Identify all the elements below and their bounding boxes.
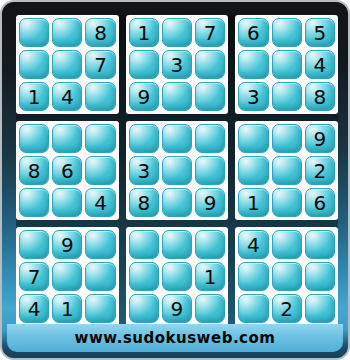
- cell-r2c3[interactable]: 7: [85, 50, 115, 79]
- cell-r4c9[interactable]: 9: [305, 124, 335, 153]
- cell-r2c8[interactable]: [272, 50, 302, 79]
- cell-r1c2[interactable]: [52, 18, 82, 47]
- sudoku-box-2-2: 42: [235, 227, 338, 326]
- cell-r9c2[interactable]: 1: [52, 294, 82, 323]
- cell-r9c3[interactable]: [85, 294, 115, 323]
- cell-r7c4[interactable]: [129, 230, 159, 259]
- cell-r8c6[interactable]: 1: [195, 262, 225, 291]
- cell-r4c8[interactable]: [272, 124, 302, 153]
- sudoku-box-1-1: 389: [126, 121, 229, 220]
- cell-r8c1[interactable]: 7: [19, 262, 49, 291]
- cell-r6c9[interactable]: 6: [305, 188, 335, 217]
- sudoku-box-0-1: 1739: [126, 15, 229, 114]
- cell-r9c1[interactable]: 4: [19, 294, 49, 323]
- cell-r9c8[interactable]: 2: [272, 294, 302, 323]
- cell-r8c4[interactable]: [129, 262, 159, 291]
- cell-r6c2[interactable]: [52, 188, 82, 217]
- cell-r5c7[interactable]: [238, 156, 268, 185]
- cell-r2c6[interactable]: [195, 50, 225, 79]
- cell-r1c1[interactable]: [19, 18, 49, 47]
- cell-r5c5[interactable]: [162, 156, 192, 185]
- cell-r2c9[interactable]: 4: [305, 50, 335, 79]
- cell-r7c1[interactable]: [19, 230, 49, 259]
- cell-r4c1[interactable]: [19, 124, 49, 153]
- sudoku-box-0-0: 8714: [16, 15, 119, 114]
- cell-r3c5[interactable]: [162, 82, 192, 111]
- cell-r8c9[interactable]: [305, 262, 335, 291]
- cell-r5c8[interactable]: [272, 156, 302, 185]
- cell-r6c8[interactable]: [272, 188, 302, 217]
- cell-r2c5[interactable]: 3: [162, 50, 192, 79]
- cell-r3c4[interactable]: 9: [129, 82, 159, 111]
- cell-r1c8[interactable]: [272, 18, 302, 47]
- cell-r4c7[interactable]: [238, 124, 268, 153]
- cell-r4c4[interactable]: [129, 124, 159, 153]
- cell-r3c8[interactable]: [272, 82, 302, 111]
- cell-r6c1[interactable]: [19, 188, 49, 217]
- cell-r5c9[interactable]: 2: [305, 156, 335, 185]
- cell-r3c6[interactable]: [195, 82, 225, 111]
- cell-r3c3[interactable]: [85, 82, 115, 111]
- cell-r7c3[interactable]: [85, 230, 115, 259]
- cell-r8c8[interactable]: [272, 262, 302, 291]
- footer: www.sudokusweb.com: [7, 324, 343, 352]
- cell-r3c9[interactable]: 8: [305, 82, 335, 111]
- cell-r7c5[interactable]: [162, 230, 192, 259]
- cell-r2c4[interactable]: [129, 50, 159, 79]
- cell-r9c6[interactable]: [195, 294, 225, 323]
- cell-r4c5[interactable]: [162, 124, 192, 153]
- sudoku-box-2-1: 19: [126, 227, 229, 326]
- cell-r1c9[interactable]: 5: [305, 18, 335, 47]
- cell-r8c3[interactable]: [85, 262, 115, 291]
- cell-r8c7[interactable]: [238, 262, 268, 291]
- cell-r9c4[interactable]: [129, 294, 159, 323]
- cell-r7c8[interactable]: [272, 230, 302, 259]
- cell-r6c4[interactable]: 8: [129, 188, 159, 217]
- site-url-link[interactable]: www.sudokusweb.com: [75, 329, 276, 347]
- cell-r3c1[interactable]: 1: [19, 82, 49, 111]
- cell-r3c2[interactable]: 4: [52, 82, 82, 111]
- sudoku-box-1-0: 864: [16, 121, 119, 220]
- cell-r2c1[interactable]: [19, 50, 49, 79]
- cell-r7c7[interactable]: 4: [238, 230, 268, 259]
- cell-r4c2[interactable]: [52, 124, 82, 153]
- cell-r1c6[interactable]: 7: [195, 18, 225, 47]
- cell-r3c7[interactable]: 3: [238, 82, 268, 111]
- cell-r4c3[interactable]: [85, 124, 115, 153]
- cell-r9c7[interactable]: [238, 294, 268, 323]
- cell-r2c7[interactable]: [238, 50, 268, 79]
- cell-r1c4[interactable]: 1: [129, 18, 159, 47]
- cell-r4c6[interactable]: [195, 124, 225, 153]
- cell-r5c1[interactable]: 8: [19, 156, 49, 185]
- cell-r6c3[interactable]: 4: [85, 188, 115, 217]
- cell-r8c5[interactable]: [162, 262, 192, 291]
- cell-r1c7[interactable]: 6: [238, 18, 268, 47]
- cell-r6c6[interactable]: 9: [195, 188, 225, 217]
- sudoku-box-2-0: 9741: [16, 227, 119, 326]
- sudoku-box-0-2: 65438: [235, 15, 338, 114]
- cell-r9c9[interactable]: [305, 294, 335, 323]
- cell-r8c2[interactable]: [52, 262, 82, 291]
- cell-r5c2[interactable]: 6: [52, 156, 82, 185]
- cell-r1c3[interactable]: 8: [85, 18, 115, 47]
- sudoku-grid: 8714173965438864389921697411942: [16, 15, 338, 326]
- sudoku-board: 8714173965438864389921697411942 www.sudo…: [0, 0, 350, 360]
- cell-r2c2[interactable]: [52, 50, 82, 79]
- cell-r7c9[interactable]: [305, 230, 335, 259]
- cell-r5c6[interactable]: [195, 156, 225, 185]
- cell-r1c5[interactable]: [162, 18, 192, 47]
- cell-r7c2[interactable]: 9: [52, 230, 82, 259]
- cell-r5c3[interactable]: [85, 156, 115, 185]
- sudoku-box-1-2: 9216: [235, 121, 338, 220]
- cell-r9c5[interactable]: 9: [162, 294, 192, 323]
- cell-r5c4[interactable]: 3: [129, 156, 159, 185]
- cell-r6c5[interactable]: [162, 188, 192, 217]
- cell-r6c7[interactable]: 1: [238, 188, 268, 217]
- cell-r7c6[interactable]: [195, 230, 225, 259]
